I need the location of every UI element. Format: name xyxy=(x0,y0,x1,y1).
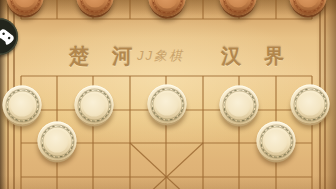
piece-red-cannon-facedown[interactable] xyxy=(38,122,77,161)
gamepad-icon xyxy=(0,27,15,47)
piece-red-soldier-facedown[interactable] xyxy=(148,85,187,124)
river-label-chu-he: 楚 河 xyxy=(69,43,141,70)
piece-red-soldier-facedown[interactable] xyxy=(3,86,42,125)
piece-red-soldier-facedown[interactable] xyxy=(75,86,114,125)
xiangqi-game-screen: 楚 河 JJ象棋 汉 界 xyxy=(0,0,336,189)
river-label-han-jie: 汉 界 xyxy=(221,43,293,70)
piece-red-cannon-facedown[interactable] xyxy=(257,122,296,161)
piece-red-soldier-facedown[interactable] xyxy=(220,86,259,125)
piece-red-soldier-facedown[interactable] xyxy=(291,85,330,124)
app-watermark: JJ象棋 xyxy=(137,47,184,65)
